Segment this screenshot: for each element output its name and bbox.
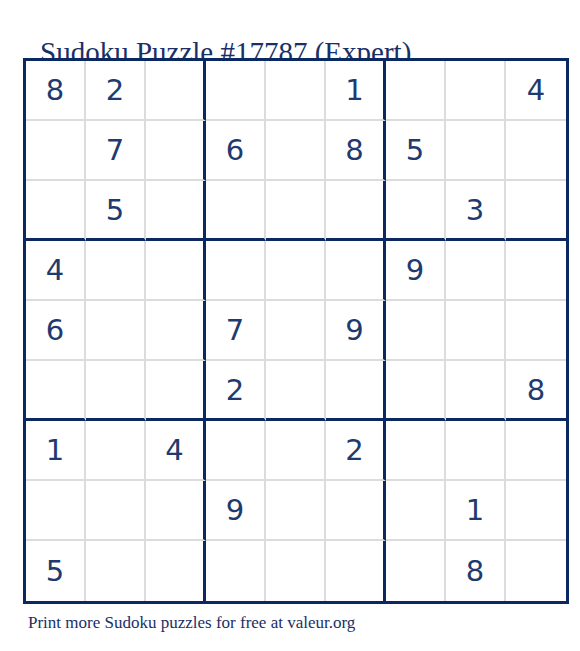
cell-r1c6: 1	[326, 61, 386, 121]
cell-r1c3	[146, 61, 206, 121]
cell-r1c5	[266, 61, 326, 121]
cell-r9c1: 5	[26, 541, 86, 601]
cell-r6c9: 8	[506, 361, 566, 421]
cell-r4c4	[206, 241, 266, 301]
cell-r7c8	[446, 421, 506, 481]
cell-r9c4	[206, 541, 266, 601]
cell-r9c8: 8	[446, 541, 506, 601]
cell-r2c3	[146, 121, 206, 181]
cell-r4c8	[446, 241, 506, 301]
cell-r5c5	[266, 301, 326, 361]
cell-r6c3	[146, 361, 206, 421]
cell-r3c8: 3	[446, 181, 506, 241]
footer-text: Print more Sudoku puzzles for free at va…	[28, 613, 355, 633]
cell-r4c1: 4	[26, 241, 86, 301]
cell-r3c9	[506, 181, 566, 241]
cell-r1c9: 4	[506, 61, 566, 121]
cell-r6c1	[26, 361, 86, 421]
cell-r4c5	[266, 241, 326, 301]
cell-r8c1	[26, 481, 86, 541]
cell-r9c3	[146, 541, 206, 601]
cell-r8c9	[506, 481, 566, 541]
cell-r6c2	[86, 361, 146, 421]
cell-r3c2: 5	[86, 181, 146, 241]
cell-r7c7	[386, 421, 446, 481]
cell-r5c3	[146, 301, 206, 361]
cell-r7c6: 2	[326, 421, 386, 481]
cell-r7c9	[506, 421, 566, 481]
cell-r5c9	[506, 301, 566, 361]
cell-r8c2	[86, 481, 146, 541]
cell-r9c7	[386, 541, 446, 601]
cell-r3c1	[26, 181, 86, 241]
cell-r8c4: 9	[206, 481, 266, 541]
cell-r6c4: 2	[206, 361, 266, 421]
cell-r2c5	[266, 121, 326, 181]
cell-r6c6	[326, 361, 386, 421]
cell-r9c5	[266, 541, 326, 601]
cell-r9c9	[506, 541, 566, 601]
cell-r1c4	[206, 61, 266, 121]
cell-r2c4: 6	[206, 121, 266, 181]
sudoku-page: Sudoku Puzzle #17787 (Expert) 8214768553…	[0, 0, 580, 651]
cell-r5c6: 9	[326, 301, 386, 361]
cell-r5c4: 7	[206, 301, 266, 361]
cell-r3c6	[326, 181, 386, 241]
cell-r7c1: 1	[26, 421, 86, 481]
cell-r2c1	[26, 121, 86, 181]
cell-r4c9	[506, 241, 566, 301]
cell-r3c7	[386, 181, 446, 241]
cell-r5c8	[446, 301, 506, 361]
cell-r2c2: 7	[86, 121, 146, 181]
cell-r3c4	[206, 181, 266, 241]
cell-r7c2	[86, 421, 146, 481]
cell-r4c2	[86, 241, 146, 301]
cell-r1c2: 2	[86, 61, 146, 121]
cell-r4c6	[326, 241, 386, 301]
cell-r1c8	[446, 61, 506, 121]
sudoku-board: 821476855349679281429158	[23, 58, 569, 604]
cell-r9c6	[326, 541, 386, 601]
cell-r6c5	[266, 361, 326, 421]
cell-r5c2	[86, 301, 146, 361]
cell-r8c8: 1	[446, 481, 506, 541]
cell-r4c3	[146, 241, 206, 301]
cell-r4c7: 9	[386, 241, 446, 301]
cell-r3c3	[146, 181, 206, 241]
cell-r3c5	[266, 181, 326, 241]
cell-r7c3: 4	[146, 421, 206, 481]
cell-r2c9	[506, 121, 566, 181]
cell-r1c1: 8	[26, 61, 86, 121]
cell-r9c2	[86, 541, 146, 601]
cell-r5c1: 6	[26, 301, 86, 361]
cell-r2c6: 8	[326, 121, 386, 181]
cell-r8c6	[326, 481, 386, 541]
cell-r6c8	[446, 361, 506, 421]
cell-r7c4	[206, 421, 266, 481]
cell-r6c7	[386, 361, 446, 421]
cell-r1c7	[386, 61, 446, 121]
cell-r8c3	[146, 481, 206, 541]
cell-r2c8	[446, 121, 506, 181]
cell-r8c7	[386, 481, 446, 541]
cell-r8c5	[266, 481, 326, 541]
cell-r7c5	[266, 421, 326, 481]
cell-r5c7	[386, 301, 446, 361]
cell-r2c7: 5	[386, 121, 446, 181]
